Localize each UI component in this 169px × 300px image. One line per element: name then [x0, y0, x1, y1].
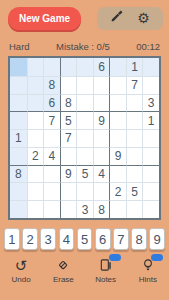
- new-game-button[interactable]: New Game: [8, 7, 81, 30]
- board-cell-r3c4[interactable]: [76, 111, 93, 129]
- difficulty-label: Hard: [9, 41, 30, 52]
- board-cell-r5c0[interactable]: [10, 147, 27, 165]
- numpad-key-2[interactable]: 2: [22, 228, 38, 250]
- board-cell-r2c3[interactable]: 8: [60, 94, 77, 112]
- hints-label: Hints: [139, 275, 157, 284]
- bottom-toolbar: ↺ Undo Erase Notes: [0, 257, 169, 284]
- board-cell-r3c3[interactable]: 5: [60, 111, 77, 129]
- board-cell-r5c8[interactable]: [142, 147, 159, 165]
- board-cell-r0c1[interactable]: [27, 58, 44, 76]
- board-cell-r5c5[interactable]: [93, 147, 110, 165]
- board-cell-r6c8[interactable]: [142, 165, 159, 183]
- board-cell-r1c1[interactable]: [27, 76, 44, 94]
- board-cell-r7c5[interactable]: [93, 182, 110, 200]
- board-cell-r5c7[interactable]: [126, 147, 143, 165]
- board-cell-r4c8[interactable]: [142, 129, 159, 147]
- board-cell-r6c5[interactable]: 4: [93, 165, 110, 183]
- board-cell-r7c7[interactable]: 5: [126, 182, 143, 200]
- mistakes-counter: Mistake : 0/5: [56, 41, 110, 52]
- erase-icon: [56, 257, 70, 273]
- board-cell-r1c5[interactable]: [93, 76, 110, 94]
- header: New Game ⚙: [0, 0, 169, 30]
- board-cell-r1c7[interactable]: 7: [126, 76, 143, 94]
- board-cell-r2c1[interactable]: [27, 94, 44, 112]
- board-cell-r6c6[interactable]: [109, 165, 126, 183]
- header-icon-pill: ⚙: [97, 7, 163, 30]
- numpad-key-8[interactable]: 8: [131, 228, 147, 250]
- board-cell-r8c4[interactable]: 3: [76, 200, 93, 218]
- board-cell-r6c1[interactable]: [27, 165, 44, 183]
- board-cell-r4c4[interactable]: [76, 129, 93, 147]
- board-cell-r1c0[interactable]: [10, 76, 27, 94]
- board-cell-r3c1[interactable]: [27, 111, 44, 129]
- board-cell-r4c6[interactable]: [109, 129, 126, 147]
- board-cell-r5c3[interactable]: [60, 147, 77, 165]
- settings-icon[interactable]: ⚙: [137, 11, 150, 25]
- board-cell-r4c3[interactable]: 7: [60, 129, 77, 147]
- board-cell-r3c6[interactable]: [109, 111, 126, 129]
- brush-icon[interactable]: [110, 9, 124, 27]
- board-cell-r2c0[interactable]: [10, 94, 27, 112]
- board-cell-r3c2[interactable]: 7: [43, 111, 60, 129]
- board-cell-r5c1[interactable]: 2: [27, 147, 44, 165]
- board-cell-r3c5[interactable]: 9: [93, 111, 110, 129]
- board-cell-r8c1[interactable]: [27, 200, 44, 218]
- board-cell-r6c4[interactable]: 5: [76, 165, 93, 183]
- board-cell-r6c0[interactable]: 8: [10, 165, 27, 183]
- board-cell-r8c6[interactable]: [109, 200, 126, 218]
- board-cell-r0c3[interactable]: [60, 58, 77, 76]
- board-cell-r6c2[interactable]: [43, 165, 60, 183]
- board-cell-r3c7[interactable]: [126, 111, 143, 129]
- notes-label: Notes: [95, 275, 116, 284]
- numpad-key-4[interactable]: 4: [59, 228, 75, 250]
- board-cell-r5c2[interactable]: 4: [43, 147, 60, 165]
- board-cell-r0c5[interactable]: 6: [93, 58, 110, 76]
- board-cell-r2c7[interactable]: [126, 94, 143, 112]
- numpad-key-7[interactable]: 7: [113, 228, 129, 250]
- board-cell-r8c0[interactable]: [10, 200, 27, 218]
- board-cell-r8c3[interactable]: [60, 200, 77, 218]
- undo-label: Undo: [12, 275, 31, 284]
- hints-badge: [151, 254, 163, 261]
- numpad-key-6[interactable]: 6: [95, 228, 111, 250]
- board-cell-r6c3[interactable]: 9: [60, 165, 77, 183]
- board-cell-r6c7[interactable]: [126, 165, 143, 183]
- board-cell-r1c4[interactable]: [76, 76, 93, 94]
- board-cell-r7c6[interactable]: 2: [109, 182, 126, 200]
- board-cell-r7c4[interactable]: [76, 182, 93, 200]
- sudoku-board: 618768375911724989542538: [8, 56, 161, 220]
- board-cell-r0c6[interactable]: [109, 58, 126, 76]
- board-cell-r4c5[interactable]: [93, 129, 110, 147]
- board-cell-r7c1[interactable]: [27, 182, 44, 200]
- board-cell-r4c2[interactable]: [43, 129, 60, 147]
- board-cell-r4c7[interactable]: [126, 129, 143, 147]
- notes-button[interactable]: Notes: [88, 257, 124, 284]
- board-cell-r1c2[interactable]: 8: [43, 76, 60, 94]
- board-cell-r2c4[interactable]: [76, 94, 93, 112]
- numpad-key-5[interactable]: 5: [77, 228, 93, 250]
- board-cell-r5c4[interactable]: [76, 147, 93, 165]
- undo-button[interactable]: ↺ Undo: [3, 257, 39, 284]
- erase-button[interactable]: Erase: [45, 257, 81, 284]
- status-bar: Hard Mistake : 0/5 00:12: [0, 41, 169, 52]
- board-cell-r8c5[interactable]: 8: [93, 200, 110, 218]
- numpad: 123456789: [4, 228, 165, 250]
- numpad-key-1[interactable]: 1: [4, 228, 20, 250]
- board-cell-r1c6[interactable]: [109, 76, 126, 94]
- sudoku-app: New Game ⚙ Hard Mistake : 0/5 00:12 6187…: [0, 0, 169, 300]
- board-cell-r2c5[interactable]: [93, 94, 110, 112]
- erase-label: Erase: [53, 275, 74, 284]
- board-cell-r1c3[interactable]: [60, 76, 77, 94]
- board-cell-r0c4[interactable]: [76, 58, 93, 76]
- board-cell-r7c8[interactable]: [142, 182, 159, 200]
- board-cell-r0c7[interactable]: 1: [126, 58, 143, 76]
- board-cell-r3c0[interactable]: [10, 111, 27, 129]
- numpad-key-3[interactable]: 3: [40, 228, 56, 250]
- board-cell-r0c0[interactable]: [10, 58, 27, 76]
- timer: 00:12: [136, 41, 160, 52]
- board-cell-r8c2[interactable]: [43, 200, 60, 218]
- board-cell-r2c2[interactable]: 6: [43, 94, 60, 112]
- board-cell-r2c8[interactable]: 3: [142, 94, 159, 112]
- board-cell-r0c2[interactable]: [43, 58, 60, 76]
- board-cell-r2c6[interactable]: [109, 94, 126, 112]
- board-cell-r1c8[interactable]: [142, 76, 159, 94]
- undo-icon: ↺: [15, 257, 28, 273]
- board-cell-r0c8[interactable]: [142, 58, 159, 76]
- hints-button[interactable]: Hints: [130, 257, 166, 284]
- numpad-key-9[interactable]: 9: [149, 228, 165, 250]
- board-cell-r3c8[interactable]: 1: [142, 111, 159, 129]
- board-cell-r7c0[interactable]: [10, 182, 27, 200]
- board-cell-r8c8[interactable]: [142, 200, 159, 218]
- notes-badge: [109, 254, 121, 261]
- board-cell-r4c1[interactable]: [27, 129, 44, 147]
- board-cell-r7c3[interactable]: [60, 182, 77, 200]
- board-cell-r5c6[interactable]: 9: [109, 147, 126, 165]
- board-cell-r7c2[interactable]: [43, 182, 60, 200]
- board-cell-r4c0[interactable]: 1: [10, 129, 27, 147]
- board-cell-r8c7[interactable]: [126, 200, 143, 218]
